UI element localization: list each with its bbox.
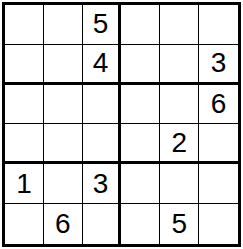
cell-r3c2[interactable] xyxy=(44,85,83,125)
cell-r5c6[interactable] xyxy=(199,164,238,204)
cell-r2c2[interactable] xyxy=(44,45,83,85)
cell-r1c4[interactable] xyxy=(121,5,160,45)
cell-r5c5[interactable] xyxy=(160,164,199,204)
cell-r3c5[interactable] xyxy=(160,85,199,125)
cell-r2c3[interactable]: 4 xyxy=(83,45,122,85)
cell-r1c1[interactable] xyxy=(5,5,44,45)
cell-r5c1[interactable]: 1 xyxy=(5,164,44,204)
cell-r6c6[interactable] xyxy=(199,204,238,244)
cell-r4c6[interactable] xyxy=(199,124,238,164)
cell-r5c3[interactable]: 3 xyxy=(83,164,122,204)
cell-r4c4[interactable] xyxy=(121,124,160,164)
cell-r3c1[interactable] xyxy=(5,85,44,125)
sudoku-page: 543621365 xyxy=(0,0,243,249)
cell-r3c6[interactable]: 6 xyxy=(199,85,238,125)
cell-r6c3[interactable] xyxy=(83,204,122,244)
cell-r4c1[interactable] xyxy=(5,124,44,164)
cell-r4c5[interactable]: 2 xyxy=(160,124,199,164)
cell-r1c6[interactable] xyxy=(199,5,238,45)
cell-r2c6[interactable]: 3 xyxy=(199,45,238,85)
cell-r1c2[interactable] xyxy=(44,5,83,45)
cell-r5c4[interactable] xyxy=(121,164,160,204)
cell-r1c5[interactable] xyxy=(160,5,199,45)
cell-r2c5[interactable] xyxy=(160,45,199,85)
cell-r3c3[interactable] xyxy=(83,85,122,125)
cell-r3c4[interactable] xyxy=(121,85,160,125)
sudoku-board: 543621365 xyxy=(2,2,241,247)
cell-r2c1[interactable] xyxy=(5,45,44,85)
cell-r6c4[interactable] xyxy=(121,204,160,244)
cell-r4c2[interactable] xyxy=(44,124,83,164)
cell-r6c5[interactable]: 5 xyxy=(160,204,199,244)
cell-r2c4[interactable] xyxy=(121,45,160,85)
cell-r1c3[interactable]: 5 xyxy=(83,5,122,45)
cell-r4c3[interactable] xyxy=(83,124,122,164)
cell-r5c2[interactable] xyxy=(44,164,83,204)
cell-r6c2[interactable]: 6 xyxy=(44,204,83,244)
cell-r6c1[interactable] xyxy=(5,204,44,244)
